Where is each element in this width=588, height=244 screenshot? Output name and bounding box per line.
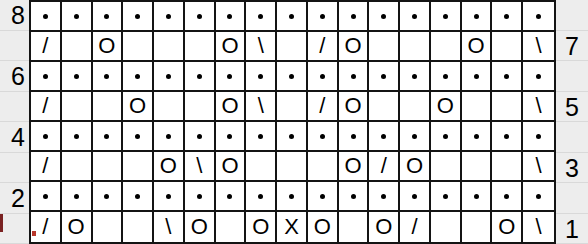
cell-row3-st13: O bbox=[400, 152, 431, 182]
cell-row8-st4 bbox=[123, 2, 154, 32]
cell-row3-st3 bbox=[93, 152, 124, 182]
cell-row3-st4 bbox=[123, 152, 154, 182]
cell-row4-st5 bbox=[154, 122, 185, 152]
cell-row3-st7: O bbox=[216, 152, 247, 182]
purl-dot-icon bbox=[351, 74, 356, 79]
cell-row1-st12: O bbox=[369, 212, 400, 242]
cell-row7-st9 bbox=[277, 32, 308, 62]
row-label-5: 5 bbox=[556, 92, 588, 123]
cell-row4-st3 bbox=[93, 122, 124, 152]
cell-row8-st12 bbox=[369, 2, 400, 32]
cell-row8-st14 bbox=[431, 2, 462, 32]
cell-row4-st10 bbox=[308, 122, 339, 152]
cell-row5-st3 bbox=[93, 92, 124, 122]
cell-row5-st7: O bbox=[216, 92, 247, 122]
left-row-labels: 8 6 4 2 bbox=[0, 0, 29, 244]
purl-dot-icon bbox=[351, 194, 356, 199]
cell-row4-st6 bbox=[185, 122, 216, 152]
cell-row8-st5 bbox=[154, 2, 185, 32]
cell-row4-st8 bbox=[246, 122, 277, 152]
cell-row2-st17 bbox=[523, 182, 554, 212]
cell-row6-st14 bbox=[431, 62, 462, 92]
cell-row5-st16 bbox=[492, 92, 523, 122]
cell-row3-st5: O bbox=[154, 152, 185, 182]
cell-row6-st10 bbox=[308, 62, 339, 92]
cell-row3-st12: / bbox=[369, 152, 400, 182]
purl-dot-icon bbox=[258, 74, 263, 79]
cell-row1-st8: O bbox=[246, 212, 277, 242]
cell-row3-st17: \ bbox=[523, 152, 554, 182]
cell-row2-st9 bbox=[277, 182, 308, 212]
cell-row2-st4 bbox=[123, 182, 154, 212]
cell-row6-st2 bbox=[62, 62, 93, 92]
purl-dot-icon bbox=[381, 134, 386, 139]
cell-row4-st14 bbox=[431, 122, 462, 152]
purl-dot-icon bbox=[166, 74, 171, 79]
cell-row8-st6 bbox=[185, 2, 216, 32]
purl-dot-icon bbox=[536, 134, 541, 139]
purl-dot-icon bbox=[504, 194, 509, 199]
cell-row4-st2 bbox=[62, 122, 93, 152]
row-label-slot-6-right bbox=[556, 61, 588, 92]
cell-row1-st3 bbox=[93, 212, 124, 242]
cell-row1-st13: / bbox=[400, 212, 431, 242]
cell-row1-st1: / bbox=[31, 212, 62, 242]
cell-row2-st8 bbox=[246, 182, 277, 212]
cell-row4-st11 bbox=[339, 122, 370, 152]
cell-row7-st16 bbox=[492, 32, 523, 62]
purl-dot-icon bbox=[504, 74, 509, 79]
cell-row2-st6 bbox=[185, 182, 216, 212]
row-label-3: 3 bbox=[556, 153, 588, 184]
purl-dot-icon bbox=[104, 194, 109, 199]
cell-row1-st17: \ bbox=[523, 212, 554, 242]
purl-dot-icon bbox=[474, 14, 479, 19]
cell-row8-st10 bbox=[308, 2, 339, 32]
cell-row8-st9 bbox=[277, 2, 308, 32]
cell-row3-st11: O bbox=[339, 152, 370, 182]
cell-row8-st11 bbox=[339, 2, 370, 32]
cell-row5-st15 bbox=[462, 92, 493, 122]
purl-dot-icon bbox=[104, 14, 109, 19]
cell-row8-st2 bbox=[62, 2, 93, 32]
cell-row2-st7 bbox=[216, 182, 247, 212]
cell-row7-st7: O bbox=[216, 32, 247, 62]
cell-row8-st1 bbox=[31, 2, 62, 32]
cell-row7-st3: O bbox=[93, 32, 124, 62]
cell-row3-st10 bbox=[308, 152, 339, 182]
cell-row6-st1 bbox=[31, 62, 62, 92]
cell-row2-st12 bbox=[369, 182, 400, 212]
purl-dot-icon bbox=[443, 134, 448, 139]
cell-row6-st13 bbox=[400, 62, 431, 92]
cell-row3-st14 bbox=[431, 152, 462, 182]
row-label-slot-4-right bbox=[556, 122, 588, 153]
purl-dot-icon bbox=[197, 74, 202, 79]
cell-row1-st5: \ bbox=[154, 212, 185, 242]
cell-row7-st4 bbox=[123, 32, 154, 62]
purl-dot-icon bbox=[227, 14, 232, 19]
chart-grid: /OO\/OO\/OO\/OO\/O\OO/O\/O\OOXOO/O\ bbox=[29, 0, 556, 244]
row-label-slot-8-right bbox=[556, 0, 588, 31]
purl-dot-icon bbox=[258, 194, 263, 199]
purl-dot-icon bbox=[135, 14, 140, 19]
purl-dot-icon bbox=[351, 14, 356, 19]
cell-row2-st14 bbox=[431, 182, 462, 212]
purl-dot-icon bbox=[43, 134, 48, 139]
purl-dot-icon bbox=[504, 134, 509, 139]
cell-row1-st15 bbox=[462, 212, 493, 242]
purl-dot-icon bbox=[381, 194, 386, 199]
purl-dot-icon bbox=[412, 194, 417, 199]
cell-row4-st12 bbox=[369, 122, 400, 152]
cell-row7-st17: \ bbox=[523, 32, 554, 62]
cell-row7-st2 bbox=[62, 32, 93, 62]
purl-dot-icon bbox=[412, 14, 417, 19]
cell-row7-st1: / bbox=[31, 32, 62, 62]
cell-row2-st15 bbox=[462, 182, 493, 212]
purl-dot-icon bbox=[227, 134, 232, 139]
cell-row5-st13 bbox=[400, 92, 431, 122]
row-label-4: 4 bbox=[0, 122, 29, 153]
cell-row5-st17: \ bbox=[523, 92, 554, 122]
purl-dot-icon bbox=[104, 74, 109, 79]
purl-dot-icon bbox=[166, 134, 171, 139]
cell-row5-st9 bbox=[277, 92, 308, 122]
purl-dot-icon bbox=[43, 194, 48, 199]
row-label-2: 2 bbox=[0, 183, 29, 214]
purl-dot-icon bbox=[166, 14, 171, 19]
cell-row4-st7 bbox=[216, 122, 247, 152]
purl-dot-icon bbox=[474, 74, 479, 79]
cell-row3-st9 bbox=[277, 152, 308, 182]
purl-dot-icon bbox=[258, 14, 263, 19]
cell-row8-st17 bbox=[523, 2, 554, 32]
cell-row7-st10: / bbox=[308, 32, 339, 62]
purl-dot-icon bbox=[289, 14, 294, 19]
cell-row5-st1: / bbox=[31, 92, 62, 122]
cell-row6-st9 bbox=[277, 62, 308, 92]
purl-dot-icon bbox=[536, 74, 541, 79]
cell-row6-st8 bbox=[246, 62, 277, 92]
cell-row3-st2 bbox=[62, 152, 93, 182]
purl-dot-icon bbox=[474, 134, 479, 139]
cell-row1-st16: O bbox=[492, 212, 523, 242]
cell-row2-st13 bbox=[400, 182, 431, 212]
purl-dot-icon bbox=[74, 74, 79, 79]
cell-row5-st10: / bbox=[308, 92, 339, 122]
cell-row6-st7 bbox=[216, 62, 247, 92]
cell-row7-st6 bbox=[185, 32, 216, 62]
cell-row8-st15 bbox=[462, 2, 493, 32]
cell-row5-st12 bbox=[369, 92, 400, 122]
red-mark-left-edge bbox=[0, 214, 3, 232]
cell-row2-st10 bbox=[308, 182, 339, 212]
cell-row8-st13 bbox=[400, 2, 431, 32]
cell-row4-st15 bbox=[462, 122, 493, 152]
cell-row7-st15: O bbox=[462, 32, 493, 62]
purl-dot-icon bbox=[381, 74, 386, 79]
purl-dot-icon bbox=[197, 194, 202, 199]
cell-row8-st7 bbox=[216, 2, 247, 32]
cell-row6-st3 bbox=[93, 62, 124, 92]
purl-dot-icon bbox=[289, 134, 294, 139]
row-label-7: 7 bbox=[556, 31, 588, 62]
cell-row7-st14 bbox=[431, 32, 462, 62]
cell-row5-st2 bbox=[62, 92, 93, 122]
purl-dot-icon bbox=[74, 194, 79, 199]
cell-row5-st6 bbox=[185, 92, 216, 122]
cell-row2-st16 bbox=[492, 182, 523, 212]
row-label-slot-7-left bbox=[0, 31, 29, 62]
cell-row7-st8: \ bbox=[246, 32, 277, 62]
cell-row6-st6 bbox=[185, 62, 216, 92]
purl-dot-icon bbox=[258, 134, 263, 139]
purl-dot-icon bbox=[443, 74, 448, 79]
cell-row2-st2 bbox=[62, 182, 93, 212]
cell-row7-st13 bbox=[400, 32, 431, 62]
cell-row1-st11 bbox=[339, 212, 370, 242]
cell-row6-st16 bbox=[492, 62, 523, 92]
purl-dot-icon bbox=[227, 74, 232, 79]
cell-row2-st5 bbox=[154, 182, 185, 212]
cell-row3-st15 bbox=[462, 152, 493, 182]
purl-dot-icon bbox=[381, 14, 386, 19]
cell-row8-st8 bbox=[246, 2, 277, 32]
purl-dot-icon bbox=[536, 14, 541, 19]
purl-dot-icon bbox=[474, 194, 479, 199]
purl-dot-icon bbox=[320, 194, 325, 199]
cell-row3-st8 bbox=[246, 152, 277, 182]
cell-row3-st1: / bbox=[31, 152, 62, 182]
cell-row2-st11 bbox=[339, 182, 370, 212]
purl-dot-icon bbox=[504, 14, 509, 19]
cell-row3-st6: \ bbox=[185, 152, 216, 182]
row-label-8: 8 bbox=[0, 0, 29, 31]
purl-dot-icon bbox=[135, 74, 140, 79]
cell-row5-st11: O bbox=[339, 92, 370, 122]
row-label-slot-5-left bbox=[0, 92, 29, 123]
cell-row1-st2: O bbox=[62, 212, 93, 242]
purl-dot-icon bbox=[43, 14, 48, 19]
purl-dot-icon bbox=[197, 134, 202, 139]
cell-row6-st5 bbox=[154, 62, 185, 92]
right-row-labels: 7 5 3 1 bbox=[556, 0, 588, 244]
purl-dot-icon bbox=[74, 14, 79, 19]
cell-row1-st14 bbox=[431, 212, 462, 242]
purl-dot-icon bbox=[135, 134, 140, 139]
purl-dot-icon bbox=[135, 194, 140, 199]
cell-row5-st8: \ bbox=[246, 92, 277, 122]
purl-dot-icon bbox=[412, 74, 417, 79]
cell-row4-st1 bbox=[31, 122, 62, 152]
cell-row8-st3 bbox=[93, 2, 124, 32]
cell-row6-st11 bbox=[339, 62, 370, 92]
purl-dot-icon bbox=[166, 194, 171, 199]
purl-dot-icon bbox=[74, 134, 79, 139]
row-label-slot-3-left bbox=[0, 153, 29, 184]
cell-row1-st7 bbox=[216, 212, 247, 242]
cell-row3-st16 bbox=[492, 152, 523, 182]
cell-row4-st17 bbox=[523, 122, 554, 152]
knitting-chart-screen: 8 6 4 2 /OO\/OO\/OO\/OO\/O\OO/O\/O\OOXOO… bbox=[0, 0, 588, 244]
cell-row4-st13 bbox=[400, 122, 431, 152]
purl-dot-icon bbox=[104, 134, 109, 139]
cell-row4-st16 bbox=[492, 122, 523, 152]
cell-row1-st6: O bbox=[185, 212, 216, 242]
purl-dot-icon bbox=[289, 194, 294, 199]
cell-row6-st15 bbox=[462, 62, 493, 92]
purl-dot-icon bbox=[351, 134, 356, 139]
red-mark-bottom-left bbox=[32, 231, 36, 236]
purl-dot-icon bbox=[443, 194, 448, 199]
cell-row6-st4 bbox=[123, 62, 154, 92]
cell-row4-st9 bbox=[277, 122, 308, 152]
purl-dot-icon bbox=[197, 14, 202, 19]
cell-row7-st12 bbox=[369, 32, 400, 62]
cell-row5-st5 bbox=[154, 92, 185, 122]
row-label-slot-2-right bbox=[556, 183, 588, 214]
cell-row2-st3 bbox=[93, 182, 124, 212]
cell-row5-st4: O bbox=[123, 92, 154, 122]
purl-dot-icon bbox=[289, 74, 294, 79]
row-label-1: 1 bbox=[556, 214, 588, 244]
cell-row5-st14: O bbox=[431, 92, 462, 122]
purl-dot-icon bbox=[412, 134, 417, 139]
purl-dot-icon bbox=[227, 194, 232, 199]
cell-row8-st16 bbox=[492, 2, 523, 32]
cell-row6-st12 bbox=[369, 62, 400, 92]
cell-row7-st11: O bbox=[339, 32, 370, 62]
cell-row7-st5 bbox=[154, 32, 185, 62]
purl-dot-icon bbox=[320, 14, 325, 19]
purl-dot-icon bbox=[443, 14, 448, 19]
purl-dot-icon bbox=[43, 74, 48, 79]
purl-dot-icon bbox=[536, 194, 541, 199]
row-label-6: 6 bbox=[0, 61, 29, 92]
cell-row2-st1 bbox=[31, 182, 62, 212]
cell-row4-st4 bbox=[123, 122, 154, 152]
purl-dot-icon bbox=[320, 134, 325, 139]
cell-row1-st9: X bbox=[277, 212, 308, 242]
cell-row1-st10: O bbox=[308, 212, 339, 242]
purl-dot-icon bbox=[320, 74, 325, 79]
cell-row1-st4 bbox=[123, 212, 154, 242]
row-label-slot-1-left bbox=[0, 214, 29, 244]
cell-row6-st17 bbox=[523, 62, 554, 92]
